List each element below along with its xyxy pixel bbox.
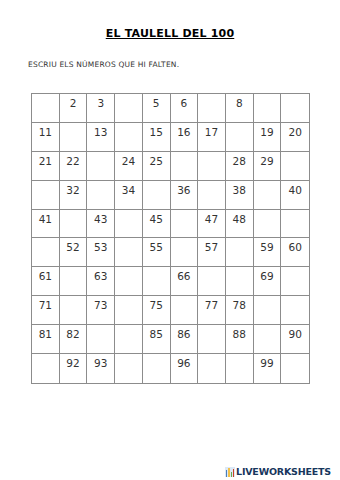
grid-cell-r8-c10[interactable]: [281, 296, 309, 325]
grid-cell-r10-c6: 96: [171, 354, 199, 383]
grid-cell-r6-c2: 52: [60, 238, 88, 267]
grid-cell-r7-c4[interactable]: [115, 267, 143, 296]
grid-cell-r5-c9[interactable]: [254, 210, 282, 239]
grid-cell-r1-c9[interactable]: [254, 94, 282, 123]
grid-cell-r6-c3: 53: [87, 238, 115, 267]
grid-cell-r2-c5: 15: [143, 123, 171, 152]
grid-cell-r2-c1: 11: [32, 123, 60, 152]
grid-cell-r10-c3: 93: [87, 354, 115, 383]
grid-cell-r7-c1: 61: [32, 267, 60, 296]
grid-cell-r1-c2: 2: [60, 94, 88, 123]
grid-cell-r6-c9: 59: [254, 238, 282, 267]
grid-cell-r3-c1: 21: [32, 152, 60, 181]
grid-cell-r5-c3: 43: [87, 210, 115, 239]
grid-cell-r9-c4[interactable]: [115, 325, 143, 354]
grid-cell-r5-c5: 45: [143, 210, 171, 239]
grid-cell-r8-c3: 73: [87, 296, 115, 325]
grid-cell-r5-c1: 41: [32, 210, 60, 239]
grid-cell-r2-c4[interactable]: [115, 123, 143, 152]
grid-cell-r7-c8[interactable]: [226, 267, 254, 296]
grid-cell-r1-c10[interactable]: [281, 94, 309, 123]
grid-cell-r3-c3[interactable]: [87, 152, 115, 181]
grid-cell-r5-c8: 48: [226, 210, 254, 239]
grid-cell-r2-c7: 17: [198, 123, 226, 152]
grid-cell-r8-c4[interactable]: [115, 296, 143, 325]
grid-cell-r2-c3: 13: [87, 123, 115, 152]
brand-text: LIVEWORKSHEETS: [236, 466, 331, 477]
grid-cell-r2-c6: 16: [171, 123, 199, 152]
grid-cell-r1-c6: 6: [171, 94, 199, 123]
grid-cell-r9-c7[interactable]: [198, 325, 226, 354]
grid-cell-r8-c9[interactable]: [254, 296, 282, 325]
grid-cell-r6-c5: 55: [143, 238, 171, 267]
grid-cell-r9-c10: 90: [281, 325, 309, 354]
grid-cell-r7-c10[interactable]: [281, 267, 309, 296]
grid-cell-r4-c9[interactable]: [254, 181, 282, 210]
grid-cell-r6-c8[interactable]: [226, 238, 254, 267]
grid-cell-r1-c7[interactable]: [198, 94, 226, 123]
grid-cell-r4-c3[interactable]: [87, 181, 115, 210]
grid-cell-r3-c7[interactable]: [198, 152, 226, 181]
grid-cell-r9-c6: 86: [171, 325, 199, 354]
grid-cell-r9-c2: 82: [60, 325, 88, 354]
grid-cell-r7-c3: 63: [87, 267, 115, 296]
grid-cell-r6-c6[interactable]: [171, 238, 199, 267]
grid-cell-r9-c3[interactable]: [87, 325, 115, 354]
grid-cell-r7-c5[interactable]: [143, 267, 171, 296]
grid-cell-r8-c6[interactable]: [171, 296, 199, 325]
grid-cell-r7-c9: 69: [254, 267, 282, 296]
grid-cell-r8-c1: 71: [32, 296, 60, 325]
grid-cell-r8-c2[interactable]: [60, 296, 88, 325]
hundred-grid: 2356811131516171920212224252829323436384…: [31, 93, 310, 384]
instruction-text: ESCRIU ELS NÚMEROS QUE HI FALTEN.: [28, 60, 179, 69]
grid-cell-r4-c5[interactable]: [143, 181, 171, 210]
grid-cell-r1-c4[interactable]: [115, 94, 143, 123]
grid-cell-r3-c10[interactable]: [281, 152, 309, 181]
grid-cell-r9-c8: 88: [226, 325, 254, 354]
grid-cell-r4-c6: 36: [171, 181, 199, 210]
grid-cell-r9-c9[interactable]: [254, 325, 282, 354]
grid-cell-r1-c3: 3: [87, 94, 115, 123]
grid-cell-r2-c8[interactable]: [226, 123, 254, 152]
grid-cell-r2-c9: 19: [254, 123, 282, 152]
grid-cell-r4-c8: 38: [226, 181, 254, 210]
grid-cell-r3-c6[interactable]: [171, 152, 199, 181]
grid-cell-r5-c10[interactable]: [281, 210, 309, 239]
grid-cell-r6-c10: 60: [281, 238, 309, 267]
grid-cell-r10-c8[interactable]: [226, 354, 254, 383]
grid-cell-r5-c4[interactable]: [115, 210, 143, 239]
grid-cell-r4-c4: 34: [115, 181, 143, 210]
grid-cell-r3-c8: 28: [226, 152, 254, 181]
liveworksheets-logo: LIVEWORKSHEETS: [225, 466, 331, 477]
grid-cell-r2-c2[interactable]: [60, 123, 88, 152]
worksheet-title: EL TAULELL DEL 100: [0, 0, 340, 40]
grid-cell-r10-c2: 92: [60, 354, 88, 383]
grid-cell-r1-c8: 8: [226, 94, 254, 123]
grid-cell-r10-c10[interactable]: [281, 354, 309, 383]
grid-cell-r10-c7[interactable]: [198, 354, 226, 383]
grid-cell-r5-c2[interactable]: [60, 210, 88, 239]
grid-cell-r4-c2: 32: [60, 181, 88, 210]
grid-cell-r10-c5[interactable]: [143, 354, 171, 383]
grid-cell-r3-c5: 25: [143, 152, 171, 181]
grid-cell-r9-c1: 81: [32, 325, 60, 354]
grid-cell-r7-c2[interactable]: [60, 267, 88, 296]
grid-cell-r1-c5: 5: [143, 94, 171, 123]
grid-cell-r4-c10: 40: [281, 181, 309, 210]
bar-chart-icon: [225, 467, 235, 477]
grid-cell-r4-c7[interactable]: [198, 181, 226, 210]
grid-cell-r5-c7: 47: [198, 210, 226, 239]
grid-cell-r6-c1[interactable]: [32, 238, 60, 267]
grid-cell-r3-c2: 22: [60, 152, 88, 181]
grid-cell-r3-c9: 29: [254, 152, 282, 181]
grid-cell-r4-c1[interactable]: [32, 181, 60, 210]
grid-cell-r3-c4: 24: [115, 152, 143, 181]
grid-cell-r10-c1[interactable]: [32, 354, 60, 383]
grid-cell-r7-c7[interactable]: [198, 267, 226, 296]
grid-cell-r5-c6[interactable]: [171, 210, 199, 239]
grid-cell-r8-c8: 78: [226, 296, 254, 325]
grid-cell-r8-c7: 77: [198, 296, 226, 325]
grid-cell-r6-c7: 57: [198, 238, 226, 267]
grid-cell-r1-c1[interactable]: [32, 94, 60, 123]
grid-cell-r6-c4[interactable]: [115, 238, 143, 267]
grid-cell-r9-c5: 85: [143, 325, 171, 354]
grid-cell-r7-c6: 66: [171, 267, 199, 296]
grid-cell-r2-c10: 20: [281, 123, 309, 152]
grid-cell-r10-c4[interactable]: [115, 354, 143, 383]
grid-cell-r10-c9: 99: [254, 354, 282, 383]
grid-cell-r8-c5: 75: [143, 296, 171, 325]
